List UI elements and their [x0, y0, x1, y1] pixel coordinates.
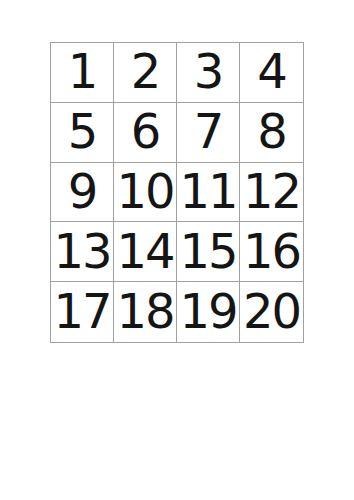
grid-cell-5: 5 — [51, 103, 114, 163]
grid-cell-17: 17 — [51, 282, 114, 342]
grid-cell-4: 4 — [240, 43, 303, 103]
number-grid: 1234567891011121314151617181920 — [50, 42, 304, 343]
grid-cell-15: 15 — [177, 222, 240, 282]
grid-cell-6: 6 — [114, 103, 177, 163]
grid-cell-13: 13 — [51, 222, 114, 282]
grid-cell-10: 10 — [114, 163, 177, 223]
grid-cell-19: 19 — [177, 282, 240, 342]
grid-cell-9: 9 — [51, 163, 114, 223]
grid-cell-20: 20 — [240, 282, 303, 342]
grid-cell-8: 8 — [240, 103, 303, 163]
grid-cell-14: 14 — [114, 222, 177, 282]
grid-cell-16: 16 — [240, 222, 303, 282]
grid-cell-7: 7 — [177, 103, 240, 163]
grid-cell-3: 3 — [177, 43, 240, 103]
grid-cell-18: 18 — [114, 282, 177, 342]
grid-cell-2: 2 — [114, 43, 177, 103]
worksheet-page: 1234567891011121314151617181920 — [0, 0, 354, 500]
grid-cell-11: 11 — [177, 163, 240, 223]
grid-cell-1: 1 — [51, 43, 114, 103]
grid-cell-12: 12 — [240, 163, 303, 223]
